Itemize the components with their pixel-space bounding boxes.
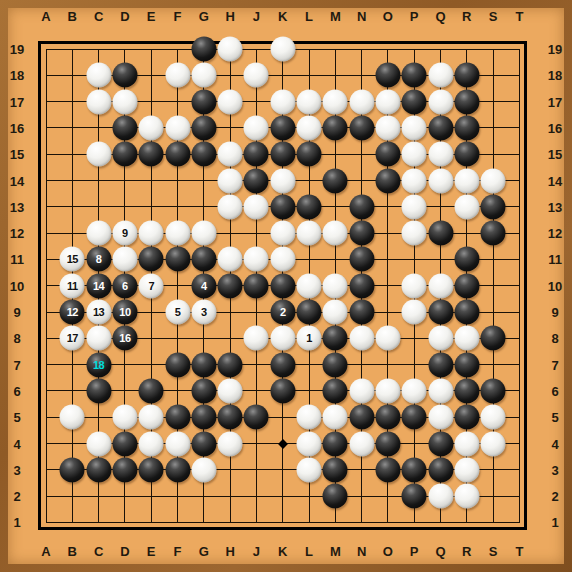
coord-label-bottom-F: F <box>174 544 182 559</box>
move-number-10: 10 <box>112 300 137 325</box>
stone-black-B3 <box>60 457 85 482</box>
stone-black-R17 <box>454 89 479 114</box>
stone-white-L5 <box>297 405 322 430</box>
coord-label-right-1: 1 <box>551 515 558 530</box>
coord-label-left-9: 9 <box>13 305 20 320</box>
coord-label-top-Q: Q <box>435 9 445 24</box>
move-number-2: 2 <box>270 300 295 325</box>
stone-black-L13 <box>297 194 322 219</box>
stone-black-N16 <box>349 115 374 140</box>
stone-black-G10: 4 <box>191 273 216 298</box>
stone-white-L3 <box>297 457 322 482</box>
stone-white-H11 <box>218 247 243 272</box>
stone-white-B5 <box>60 405 85 430</box>
stone-white-C4 <box>86 431 111 456</box>
stone-black-D15 <box>112 142 137 167</box>
stone-black-R15 <box>454 142 479 167</box>
coord-label-top-M: M <box>330 9 341 24</box>
stone-white-H13 <box>218 194 243 219</box>
stone-black-D8: 16 <box>112 326 137 351</box>
stone-white-C9: 13 <box>86 300 111 325</box>
stone-black-C3 <box>86 457 111 482</box>
stone-white-Q15 <box>428 142 453 167</box>
stone-white-E4 <box>139 431 164 456</box>
stone-black-M14 <box>323 168 348 193</box>
stone-black-F3 <box>165 457 190 482</box>
coord-label-right-19: 19 <box>548 42 562 57</box>
stone-white-O6 <box>375 378 400 403</box>
coord-label-left-18: 18 <box>10 68 24 83</box>
move-number-4: 4 <box>191 273 216 298</box>
stone-white-P6 <box>402 378 427 403</box>
stone-white-K14 <box>270 168 295 193</box>
stone-black-E3 <box>139 457 164 482</box>
stone-white-J8 <box>244 326 269 351</box>
coord-label-left-19: 19 <box>10 42 24 57</box>
stone-black-R18 <box>454 63 479 88</box>
stone-white-N17 <box>349 89 374 114</box>
stone-black-G4 <box>191 431 216 456</box>
stone-black-Q16 <box>428 115 453 140</box>
stone-black-R9 <box>454 300 479 325</box>
stone-white-E5 <box>139 405 164 430</box>
stone-white-M10 <box>323 273 348 298</box>
stone-white-R3 <box>454 457 479 482</box>
stone-black-D4 <box>112 431 137 456</box>
stone-black-P17 <box>402 89 427 114</box>
move-number-15: 15 <box>60 247 85 272</box>
stone-black-M4 <box>323 431 348 456</box>
stone-black-Q3 <box>428 457 453 482</box>
coord-label-bottom-C: C <box>94 544 103 559</box>
stone-black-R7 <box>454 352 479 377</box>
stone-black-O18 <box>375 63 400 88</box>
coord-label-bottom-R: R <box>462 544 471 559</box>
coord-label-left-7: 7 <box>13 357 20 372</box>
stone-black-R16 <box>454 115 479 140</box>
stone-black-C10: 14 <box>86 273 111 298</box>
stone-black-O15 <box>375 142 400 167</box>
stone-white-L10 <box>297 273 322 298</box>
stone-black-F11 <box>165 247 190 272</box>
stone-white-D17 <box>112 89 137 114</box>
coord-label-left-4: 4 <box>13 436 20 451</box>
move-number-6: 6 <box>112 273 137 298</box>
stone-white-D11 <box>112 247 137 272</box>
coord-label-left-6: 6 <box>13 383 20 398</box>
move-number-17: 17 <box>60 326 85 351</box>
move-number-7: 7 <box>139 273 164 298</box>
coord-label-top-L: L <box>305 9 313 24</box>
stone-black-J14 <box>244 168 269 193</box>
stone-black-R11 <box>454 247 479 272</box>
stone-white-M17 <box>323 89 348 114</box>
stone-white-H6 <box>218 378 243 403</box>
stone-white-P12 <box>402 221 427 246</box>
move-number-16: 16 <box>112 326 137 351</box>
coord-label-top-O: O <box>383 9 393 24</box>
stone-white-C18 <box>86 63 111 88</box>
coord-label-bottom-N: N <box>357 544 366 559</box>
stone-black-M2 <box>323 484 348 509</box>
stone-black-S6 <box>481 378 506 403</box>
stone-white-F9: 5 <box>165 300 190 325</box>
coord-label-top-H: H <box>225 9 234 24</box>
stone-white-Q6 <box>428 378 453 403</box>
stone-black-R5 <box>454 405 479 430</box>
stone-white-S14 <box>481 168 506 193</box>
stone-white-M12 <box>323 221 348 246</box>
coord-label-right-6: 6 <box>551 383 558 398</box>
coord-label-top-T: T <box>515 9 523 24</box>
stone-white-M5 <box>323 405 348 430</box>
stone-black-R10 <box>454 273 479 298</box>
coord-label-top-N: N <box>357 9 366 24</box>
stone-white-Q18 <box>428 63 453 88</box>
goban[interactable]: AABBCCDDEEFFGGHHJJKKLLMMNNOOPPQQRRSSTT19… <box>0 0 572 572</box>
stone-white-O16 <box>375 115 400 140</box>
stone-white-H17 <box>218 89 243 114</box>
move-number-1: 1 <box>297 326 322 351</box>
stone-black-M3 <box>323 457 348 482</box>
coord-label-left-3: 3 <box>13 462 20 477</box>
stone-black-J15 <box>244 142 269 167</box>
stone-white-J11 <box>244 247 269 272</box>
stone-black-S12 <box>481 221 506 246</box>
stone-black-K6 <box>270 378 295 403</box>
stone-white-D5 <box>112 405 137 430</box>
stone-black-O4 <box>375 431 400 456</box>
coord-label-left-16: 16 <box>10 120 24 135</box>
coord-label-top-R: R <box>462 9 471 24</box>
move-number-18: 18 <box>86 352 111 377</box>
stone-white-Q5 <box>428 405 453 430</box>
stone-white-L17 <box>297 89 322 114</box>
stone-black-S8 <box>481 326 506 351</box>
stone-black-O5 <box>375 405 400 430</box>
stone-white-P14 <box>402 168 427 193</box>
stone-white-D12: 9 <box>112 221 137 246</box>
move-number-13: 13 <box>86 300 111 325</box>
stone-white-F12 <box>165 221 190 246</box>
stone-black-K7 <box>270 352 295 377</box>
stone-white-K11 <box>270 247 295 272</box>
stone-black-R6 <box>454 378 479 403</box>
stone-white-P13 <box>402 194 427 219</box>
coord-label-bottom-L: L <box>305 544 313 559</box>
stone-black-K15 <box>270 142 295 167</box>
coord-label-left-11: 11 <box>10 252 24 267</box>
coord-label-bottom-G: G <box>199 544 209 559</box>
stone-black-G16 <box>191 115 216 140</box>
stone-black-Q7 <box>428 352 453 377</box>
grid-line-horizontal <box>46 522 520 523</box>
stone-white-O17 <box>375 89 400 114</box>
coord-label-bottom-H: H <box>225 544 234 559</box>
stone-white-B11: 15 <box>60 247 85 272</box>
coord-label-top-J: J <box>253 9 260 24</box>
move-number-14: 14 <box>86 273 111 298</box>
stone-white-F16 <box>165 115 190 140</box>
stone-white-Q17 <box>428 89 453 114</box>
coord-label-bottom-K: K <box>278 544 287 559</box>
coord-label-bottom-E: E <box>147 544 156 559</box>
stone-white-M9 <box>323 300 348 325</box>
coord-label-left-15: 15 <box>10 147 24 162</box>
stone-white-H19 <box>218 37 243 62</box>
stone-white-C8 <box>86 326 111 351</box>
coord-label-top-B: B <box>68 9 77 24</box>
stone-black-K16 <box>270 115 295 140</box>
stone-white-L4 <box>297 431 322 456</box>
stone-black-E6 <box>139 378 164 403</box>
stone-white-H15 <box>218 142 243 167</box>
stone-black-N9 <box>349 300 374 325</box>
stone-black-P2 <box>402 484 427 509</box>
coord-label-right-3: 3 <box>551 462 558 477</box>
coord-label-top-C: C <box>94 9 103 24</box>
grid-line-vertical <box>519 49 520 523</box>
stone-black-E15 <box>139 142 164 167</box>
move-number-11: 11 <box>60 273 85 298</box>
stone-white-J16 <box>244 115 269 140</box>
stone-black-P18 <box>402 63 427 88</box>
stone-black-P3 <box>402 457 427 482</box>
stone-white-K19 <box>270 37 295 62</box>
stone-black-S13 <box>481 194 506 219</box>
stone-white-K17 <box>270 89 295 114</box>
stone-white-J13 <box>244 194 269 219</box>
stone-white-P10 <box>402 273 427 298</box>
stone-black-M8 <box>323 326 348 351</box>
stone-white-L12 <box>297 221 322 246</box>
stone-black-M6 <box>323 378 348 403</box>
stone-black-C11: 8 <box>86 247 111 272</box>
coord-label-bottom-O: O <box>383 544 393 559</box>
stone-black-M7 <box>323 352 348 377</box>
stone-white-F18 <box>165 63 190 88</box>
stone-white-P9 <box>402 300 427 325</box>
coord-label-left-12: 12 <box>10 226 24 241</box>
coord-label-right-11: 11 <box>548 252 562 267</box>
coord-label-top-D: D <box>120 9 129 24</box>
coord-label-top-S: S <box>489 9 498 24</box>
coord-label-left-2: 2 <box>13 489 20 504</box>
stone-black-C7: 18 <box>86 352 111 377</box>
coord-label-top-A: A <box>41 9 50 24</box>
stone-black-J10 <box>244 273 269 298</box>
stone-white-E16 <box>139 115 164 140</box>
coord-label-right-15: 15 <box>548 147 562 162</box>
stone-black-G5 <box>191 405 216 430</box>
stone-black-N10 <box>349 273 374 298</box>
coord-label-bottom-M: M <box>330 544 341 559</box>
stone-white-O8 <box>375 326 400 351</box>
stone-white-E12 <box>139 221 164 246</box>
coord-label-right-2: 2 <box>551 489 558 504</box>
stone-black-G6 <box>191 378 216 403</box>
coord-label-bottom-T: T <box>515 544 523 559</box>
stone-white-J18 <box>244 63 269 88</box>
coord-label-right-10: 10 <box>548 278 562 293</box>
stone-white-R8 <box>454 326 479 351</box>
stone-black-F15 <box>165 142 190 167</box>
stone-white-C17 <box>86 89 111 114</box>
coord-label-bottom-S: S <box>489 544 498 559</box>
stone-white-E10: 7 <box>139 273 164 298</box>
stone-black-B9: 12 <box>60 300 85 325</box>
stone-black-H5 <box>218 405 243 430</box>
stone-white-P16 <box>402 115 427 140</box>
stone-white-S4 <box>481 431 506 456</box>
stone-white-R4 <box>454 431 479 456</box>
coord-label-left-14: 14 <box>10 173 24 188</box>
stone-black-K13 <box>270 194 295 219</box>
stone-white-G3 <box>191 457 216 482</box>
coord-label-right-16: 16 <box>548 120 562 135</box>
stone-black-M16 <box>323 115 348 140</box>
coord-label-top-G: G <box>199 9 209 24</box>
stone-black-L15 <box>297 142 322 167</box>
coord-label-top-P: P <box>410 9 419 24</box>
stone-black-N12 <box>349 221 374 246</box>
move-number-12: 12 <box>60 300 85 325</box>
coord-label-left-1: 1 <box>13 515 20 530</box>
stone-white-C12 <box>86 221 111 246</box>
coord-label-right-18: 18 <box>548 68 562 83</box>
stone-black-H10 <box>218 273 243 298</box>
coord-label-bottom-D: D <box>120 544 129 559</box>
stone-black-F7 <box>165 352 190 377</box>
stone-white-K12 <box>270 221 295 246</box>
move-number-5: 5 <box>165 300 190 325</box>
coord-label-right-8: 8 <box>551 331 558 346</box>
stone-white-Q8 <box>428 326 453 351</box>
coord-label-bottom-J: J <box>253 544 260 559</box>
coord-label-right-17: 17 <box>548 94 562 109</box>
stone-black-D9: 10 <box>112 300 137 325</box>
stone-black-C6 <box>86 378 111 403</box>
stone-white-Q2 <box>428 484 453 509</box>
stone-black-L9 <box>297 300 322 325</box>
stone-black-G15 <box>191 142 216 167</box>
stone-black-F5 <box>165 405 190 430</box>
stone-black-P5 <box>402 405 427 430</box>
move-number-8: 8 <box>86 247 111 272</box>
stone-white-H4 <box>218 431 243 456</box>
stone-black-G19 <box>191 37 216 62</box>
stone-black-H7 <box>218 352 243 377</box>
stone-black-K9: 2 <box>270 300 295 325</box>
stone-white-R13 <box>454 194 479 219</box>
coord-label-bottom-B: B <box>68 544 77 559</box>
coord-label-top-K: K <box>278 9 287 24</box>
stone-white-F4 <box>165 431 190 456</box>
coord-label-left-10: 10 <box>10 278 24 293</box>
move-number-9: 9 <box>112 221 137 246</box>
stone-black-D3 <box>112 457 137 482</box>
stone-black-O3 <box>375 457 400 482</box>
stone-black-G7 <box>191 352 216 377</box>
stone-white-P15 <box>402 142 427 167</box>
stone-white-K8 <box>270 326 295 351</box>
stone-white-L16 <box>297 115 322 140</box>
stone-black-G11 <box>191 247 216 272</box>
coord-label-top-F: F <box>174 9 182 24</box>
stone-black-G17 <box>191 89 216 114</box>
stone-black-N11 <box>349 247 374 272</box>
stone-white-G9: 3 <box>191 300 216 325</box>
coord-label-right-14: 14 <box>548 173 562 188</box>
coord-label-left-13: 13 <box>10 199 24 214</box>
stone-black-D16 <box>112 115 137 140</box>
stone-white-B8: 17 <box>60 326 85 351</box>
stone-white-N8 <box>349 326 374 351</box>
coord-label-left-5: 5 <box>13 410 20 425</box>
coord-label-bottom-Q: Q <box>435 544 445 559</box>
stone-black-Q9 <box>428 300 453 325</box>
coord-label-right-4: 4 <box>551 436 558 451</box>
stone-white-Q14 <box>428 168 453 193</box>
coord-label-bottom-A: A <box>41 544 50 559</box>
coord-label-right-12: 12 <box>548 226 562 241</box>
stone-white-R14 <box>454 168 479 193</box>
stone-white-C15 <box>86 142 111 167</box>
stone-white-Q10 <box>428 273 453 298</box>
stone-white-G18 <box>191 63 216 88</box>
stone-white-H14 <box>218 168 243 193</box>
stone-black-K10 <box>270 273 295 298</box>
go-board-app: AABBCCDDEEFFGGHHJJKKLLMMNNOOPPQQRRSSTT19… <box>0 0 572 572</box>
stone-black-Q12 <box>428 221 453 246</box>
coord-label-right-7: 7 <box>551 357 558 372</box>
coord-label-right-9: 9 <box>551 305 558 320</box>
coord-label-right-5: 5 <box>551 410 558 425</box>
stone-white-R2 <box>454 484 479 509</box>
coord-label-top-E: E <box>147 9 156 24</box>
stone-white-N4 <box>349 431 374 456</box>
coord-label-left-17: 17 <box>10 94 24 109</box>
stone-white-B10: 11 <box>60 273 85 298</box>
stone-black-E11 <box>139 247 164 272</box>
stone-white-S5 <box>481 405 506 430</box>
stone-black-N13 <box>349 194 374 219</box>
stone-black-D18 <box>112 63 137 88</box>
stone-black-D10: 6 <box>112 273 137 298</box>
stone-white-G12 <box>191 221 216 246</box>
move-number-3: 3 <box>191 300 216 325</box>
stone-black-J5 <box>244 405 269 430</box>
coord-label-bottom-P: P <box>410 544 419 559</box>
stone-white-N6 <box>349 378 374 403</box>
coord-label-left-8: 8 <box>13 331 20 346</box>
coord-label-right-13: 13 <box>548 199 562 214</box>
stone-black-O14 <box>375 168 400 193</box>
stone-black-N5 <box>349 405 374 430</box>
stone-white-L8: 1 <box>297 326 322 351</box>
stone-black-Q4 <box>428 431 453 456</box>
